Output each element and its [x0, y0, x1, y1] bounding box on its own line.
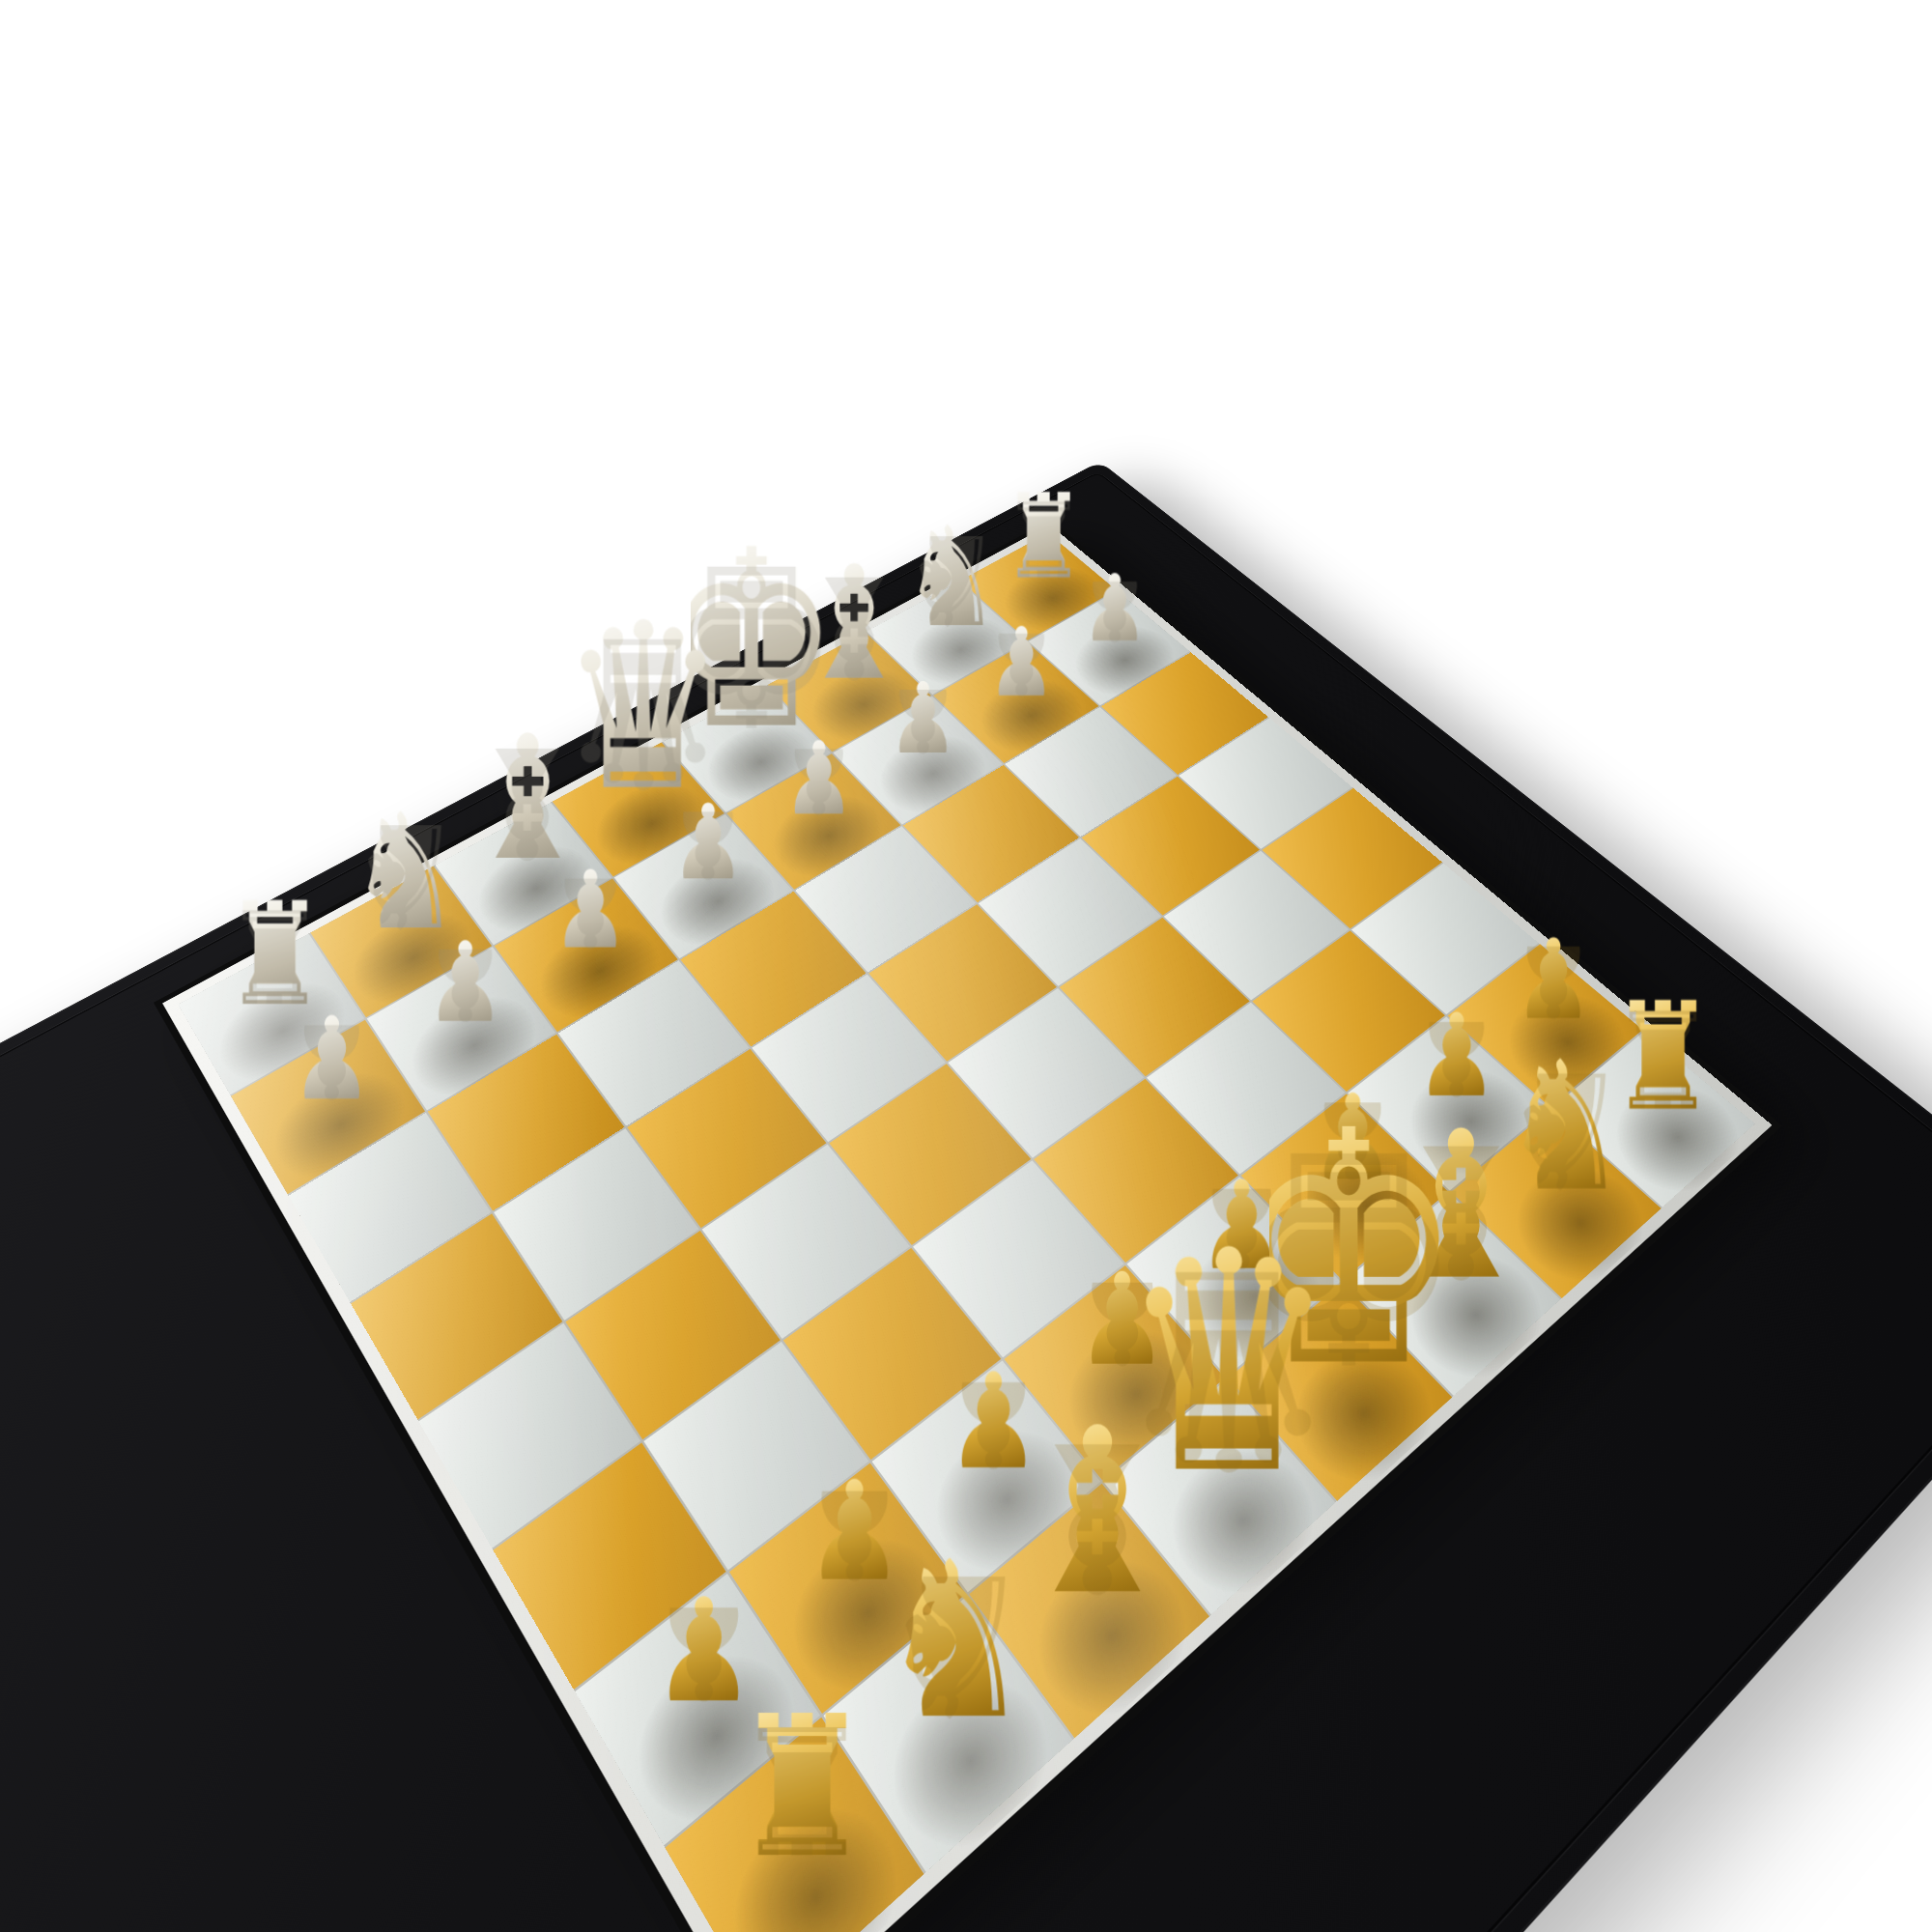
black-pawn-glyph: ♟ [987, 619, 1056, 707]
white-knight-glyph: ♞ [878, 1543, 1034, 1742]
piece-black-pawn-b7: ♟ [397, 932, 534, 1034]
piece-black-pawn-d7: ♟ [643, 795, 773, 891]
piece-black-pawn-e7: ♟ [756, 733, 882, 826]
piece-white-rook-a1: ♜ [708, 1697, 895, 1876]
black-pawn-glyph: ♟ [426, 932, 505, 1034]
black-pawn-glyph: ♟ [1081, 566, 1148, 651]
black-pawn-glyph: ♟ [782, 733, 855, 826]
square-a7: ♟ [231, 1020, 425, 1195]
product-photo-scene: ♜♞♝♛♚♝♞♜♟♟♟♟♟♟♟♟♟♟♟♟♟♟♟♟♜♞♝♛♚♝♞♜ [0, 0, 1932, 1932]
black-pawn-glyph: ♟ [552, 862, 629, 960]
piece-black-pawn-a7: ♟ [261, 1007, 403, 1112]
chess-board: ♜♞♝♛♚♝♞♜♟♟♟♟♟♟♟♟♟♟♟♟♟♟♟♟♜♞♝♛♚♝♞♜ [162, 525, 1772, 1932]
white-rook-glyph: ♜ [732, 1697, 872, 1876]
piece-black-pawn-c7: ♟ [524, 862, 657, 960]
black-pawn-glyph: ♟ [670, 795, 745, 891]
black-pawn-glyph: ♟ [888, 674, 958, 764]
black-pawn-glyph: ♟ [291, 1007, 373, 1112]
